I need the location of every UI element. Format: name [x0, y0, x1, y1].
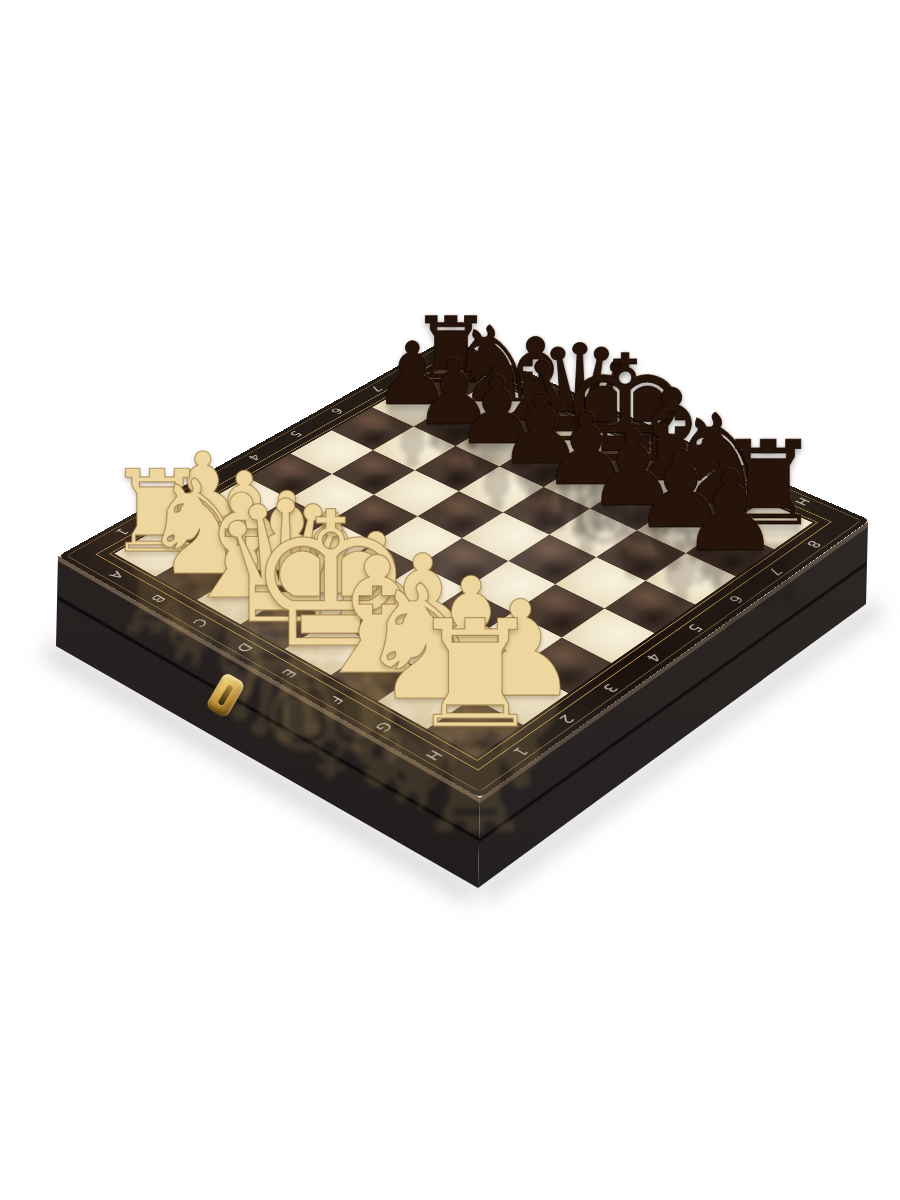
- file-label-far-b: B: [516, 377, 536, 387]
- rank-label-right-6: 6: [724, 593, 747, 606]
- file-label-far-c: C: [559, 395, 580, 405]
- rank-label-right-8: 8: [802, 539, 825, 551]
- file-label-near-d: D: [232, 641, 256, 655]
- rank-label-right-2: 2: [554, 712, 578, 726]
- file-label-far-g: G: [741, 474, 764, 486]
- chess-box-photo: AABBCCDDEEFFGGHH1122334455667788 ♜♜♞♞♝♝♛…: [0, 0, 900, 1200]
- file-label-far-h: H: [790, 496, 813, 508]
- file-label-far-e: E: [648, 434, 669, 444]
- file-label-near-e: E: [278, 667, 301, 681]
- rank-label-left-4: 4: [244, 452, 264, 463]
- rank-label-left-3: 3: [201, 476, 221, 487]
- file-label-near-f: F: [324, 693, 347, 707]
- file-label-far-a: A: [475, 359, 495, 369]
- file-label-near-b: B: [147, 592, 169, 605]
- rank-label-right-5: 5: [683, 622, 707, 635]
- rank-label-right-3: 3: [598, 681, 622, 695]
- file-label-near-h: H: [420, 748, 446, 764]
- rank-label-right-7: 7: [764, 566, 787, 578]
- rank-label-right-4: 4: [641, 651, 665, 665]
- file-label-far-f: F: [695, 454, 716, 464]
- rank-label-left-5: 5: [286, 429, 306, 439]
- rank-label-right-1: 1: [508, 744, 533, 759]
- rank-label-left-2: 2: [157, 501, 178, 512]
- file-label-near-a: A: [106, 569, 128, 581]
- rank-label-left-1: 1: [112, 526, 133, 538]
- rank-label-left-8: 8: [405, 362, 424, 372]
- file-label-far-d: D: [602, 414, 624, 425]
- file-label-near-g: G: [371, 719, 397, 735]
- file-label-near-c: C: [189, 616, 212, 629]
- rank-label-left-6: 6: [327, 406, 347, 416]
- rank-label-left-7: 7: [366, 384, 386, 394]
